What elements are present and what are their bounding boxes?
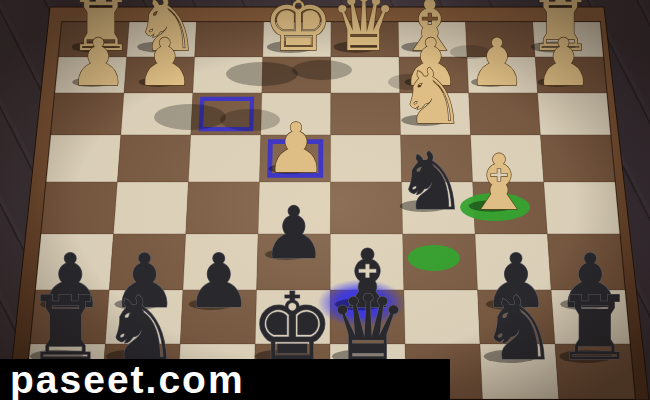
piece-wP-b2[interactable]: ♟ (468, 25, 526, 100)
piece-cast-shadow (154, 104, 226, 130)
watermark-bar: paseet.com (0, 359, 450, 400)
piece-bR-a8[interactable]: ♜ (555, 277, 634, 380)
piece-bN-c5[interactable]: ♞ (396, 135, 468, 228)
piece-bN-b8[interactable]: ♞ (480, 277, 559, 380)
piece-wP-h2[interactable]: ♟ (69, 25, 127, 100)
piece-wP-g2[interactable]: ♟ (136, 25, 194, 100)
chess-board[interactable]: ♜♞♚♛♝♜♟♟♟♟♟♞♟♞♝♟♟♟♟♝♟♟♜♞♚♛♞♜ (0, 0, 650, 400)
watermark-text: paseet.com (0, 359, 245, 400)
piece-wQ-d1[interactable]: ♛ (330, 0, 398, 68)
piece-wN-c3[interactable]: ♞ (398, 52, 466, 141)
piece-wP-e4[interactable]: ♟ (265, 108, 327, 188)
table-background: ♜♞♚♛♝♜♟♟♟♟♟♞♟♞♝♟♟♟♟♝♟♟♜♞♚♛♞♜ paseet.com (0, 0, 650, 400)
piece-wK-e1[interactable]: ♚ (263, 0, 333, 68)
hint-green-dot-c6 (408, 245, 460, 271)
piece-bP-f7[interactable]: ♟ (185, 238, 252, 325)
piece-bP-e6[interactable]: ♟ (262, 191, 327, 275)
piece-wP-a2[interactable]: ♟ (534, 25, 592, 100)
piece-wB-b5[interactable]: ♝ (465, 138, 533, 227)
